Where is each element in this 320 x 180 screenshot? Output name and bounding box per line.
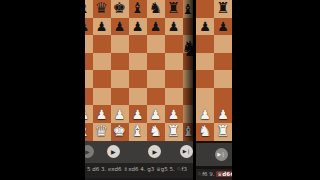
white-pawn: ♟ [85,108,89,121]
board-square: ♛ [93,0,111,18]
white-knight: ♞ [149,124,162,139]
board-square: ♟ [214,105,232,123]
board-square [196,53,214,71]
board-square [111,88,129,106]
board-square [214,70,232,88]
board-square: ♟ [85,18,93,36]
move-notation-text: 5 d6 3. exd6 ♗xd6 4. g3 ♕g5 5. ♘f3 [87,166,187,172]
next-icon: ▶ [152,149,157,155]
board-square [147,35,165,53]
board-square [165,35,183,53]
board-square [111,53,129,71]
strip-controls-bar: ▶❘ [196,143,232,166]
white-rook: ♜ [216,124,229,139]
board-square [196,0,214,18]
white-pawn: ♟ [132,108,144,121]
black-pawn: ♟ [132,20,144,33]
board-square: ♚ [111,0,129,18]
board-square [129,88,147,106]
board-square [129,70,147,88]
board-square [85,35,93,53]
board-square [93,70,111,88]
board-square: ♟ [129,18,147,36]
board-square [85,70,93,88]
board-square: ♟ [196,105,214,123]
playback-controls-bar: ◀ ▶ ▶ ▶❘ [85,141,193,164]
board-square: ♟ [129,105,147,123]
board-square [214,88,232,106]
board-square [93,53,111,71]
board-square: ♝ [85,123,93,141]
strip-notation-prefix: 2 ♘f6 9. [196,171,216,177]
checkmate-move-highlight: ♕d6# [216,171,232,177]
board-square: ♝ [129,123,147,141]
white-rook: ♜ [167,124,180,139]
white-knight: ♞ [198,124,211,139]
black-rook: ♜ [216,1,229,16]
board-square: ♝ [129,0,147,18]
board-square [165,88,183,106]
black-pawn: ♟ [150,20,162,33]
board-square: ♜ [214,0,232,18]
board-square: ♟ [214,18,232,36]
board-square: ♜ [165,123,183,141]
board-square [111,35,129,53]
board-square [214,35,232,53]
board-square: ♟ [111,18,129,36]
board-square [85,88,93,106]
board-square [129,35,147,53]
board-square: ♟ [111,105,129,123]
transition-strip-panel: ♜♟♟♟♟♞♜ ▶❘ 2 ♘f6 9. ♕d6# [196,0,232,180]
white-pawn: ♟ [217,108,229,121]
letterbox-right [232,0,320,180]
edge-band-shadow [183,0,194,141]
black-bishop: ♝ [131,1,144,16]
board-square: ♝ [85,0,93,18]
board-square [214,53,232,71]
board-square [111,70,129,88]
white-pawn: ♟ [199,108,211,121]
black-rook: ♜ [167,1,180,16]
board-square: ♟ [93,105,111,123]
main-video-panel: ♝♛♚♝♞♜♟♟♟♟♟♟♟♟♟♟♟♟♝♛♚♝♞♜ ♝♞♝ ◀ ▶ ▶ ▶❘ 5 … [85,0,193,180]
board-square [129,53,147,71]
white-bishop: ♝ [85,124,90,139]
play-button[interactable]: ▶ [107,145,120,158]
board-square: ♞ [196,123,214,141]
black-pawn: ♟ [217,20,229,33]
strip-notation-bar: 2 ♘f6 9. ♕d6# [196,169,232,180]
previous-icon: ◀ [85,149,89,155]
white-bishop: ♝ [131,124,144,139]
board-square [85,53,93,71]
black-pawn: ♟ [114,20,126,33]
white-pawn: ♟ [168,108,180,121]
black-king: ♚ [113,1,126,16]
previous-move-button[interactable]: ◀ [85,145,94,158]
move-notation-bar: 5 d6 3. exd6 ♗xd6 4. g3 ♕g5 5. ♘f3 [85,163,193,178]
board-square: ♞ [147,0,165,18]
board-square: ♟ [165,18,183,36]
black-queen: ♛ [95,1,108,16]
board-square: ♟ [196,18,214,36]
chess-board: ♝♛♚♝♞♜♟♟♟♟♟♟♟♟♟♟♟♟♝♛♚♝♞♜ [85,0,183,141]
transition-edge-band: ♝♞♝ [183,0,194,141]
strip-last-move-button[interactable]: ▶❘ [215,148,228,161]
board-square [147,88,165,106]
board-square [196,88,214,106]
white-pawn: ♟ [114,108,126,121]
board-square [196,35,214,53]
board-square: ♟ [85,105,93,123]
board-square [196,70,214,88]
board-square: ♟ [147,18,165,36]
letterbox-left [0,0,85,180]
strip-chess-board: ♜♟♟♟♟♞♜ [196,0,232,141]
black-pawn: ♟ [168,20,180,33]
black-pawn: ♟ [85,20,89,33]
white-king: ♚ [113,124,126,139]
board-square [93,35,111,53]
board-square [93,88,111,106]
black-pawn: ♟ [199,20,211,33]
board-square [165,70,183,88]
black-pawn: ♟ [96,20,108,33]
board-square: ♟ [93,18,111,36]
board-square: ♟ [147,105,165,123]
play-icon: ▶ [111,149,116,155]
black-bishop: ♝ [85,1,90,16]
video-frame: ♝♛♚♝♞♜♟♟♟♟♟♟♟♟♟♟♟♟♝♛♚♝♞♜ ♝♞♝ ◀ ▶ ▶ ▶❘ 5 … [0,0,320,180]
white-pawn: ♟ [96,108,108,121]
white-queen: ♛ [95,124,108,139]
last-move-button[interactable]: ▶❘ [180,145,193,158]
board-square: ♞ [147,123,165,141]
board-square: ♟ [165,105,183,123]
board-square: ♛ [93,123,111,141]
skip-to-end-icon: ▶❘ [183,149,191,154]
board-square: ♚ [111,123,129,141]
next-move-button[interactable]: ▶ [148,145,161,158]
board-square [165,53,183,71]
white-pawn: ♟ [150,108,162,121]
strip-skip-to-end-icon: ▶❘ [217,152,225,157]
chess-board-clip: ♝♛♚♝♞♜♟♟♟♟♟♟♟♟♟♟♟♟♝♛♚♝♞♜ [85,0,183,141]
strip-notation-text: 2 ♘f6 9. ♕d6# [196,171,232,177]
board-square: ♜ [165,0,183,18]
board-square: ♜ [214,123,232,141]
board-square [147,53,165,71]
black-knight: ♞ [149,1,162,16]
board-square [147,70,165,88]
